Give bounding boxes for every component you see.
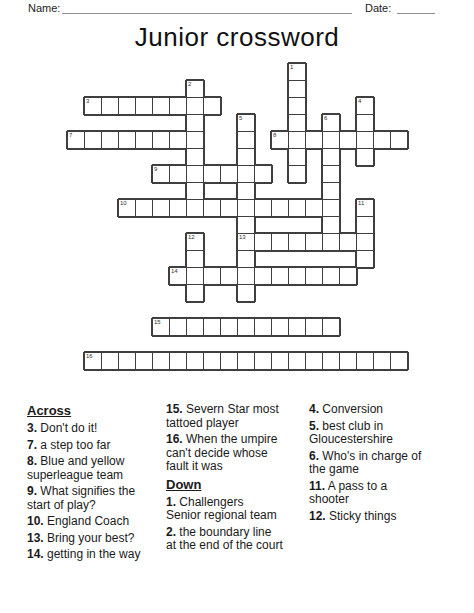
grid-cell[interactable] [356, 250, 374, 268]
grid-cell[interactable] [169, 131, 187, 149]
grid-cell[interactable] [288, 148, 306, 166]
grid-cell[interactable] [118, 352, 136, 370]
grid-cell[interactable] [135, 199, 153, 217]
grid-cell[interactable] [322, 148, 340, 166]
grid-cell[interactable] [288, 352, 306, 370]
page-title: Junior crossword [0, 22, 474, 53]
clue-text: Don't do it! [37, 421, 97, 435]
grid-cell[interactable] [254, 233, 272, 251]
grid-cell[interactable] [288, 80, 306, 98]
grid-cell[interactable] [373, 131, 391, 149]
grid-cell[interactable] [84, 131, 102, 149]
clue-text: When the umpire can't decide whose fault… [166, 432, 277, 473]
grid-cell[interactable] [118, 97, 136, 115]
clue-number: 11. [309, 479, 325, 493]
clue-number: 16. [166, 432, 183, 446]
cell-number: 9 [154, 166, 157, 173]
grid-cell[interactable] [305, 131, 323, 149]
clue-item: 3. Don't do it! [27, 422, 165, 436]
cell-number: 4 [358, 98, 361, 105]
grid-cell[interactable] [237, 148, 255, 166]
grid-cell[interactable] [305, 267, 323, 285]
grid-cell[interactable] [135, 352, 153, 370]
grid-cell[interactable] [356, 131, 374, 149]
grid-cell[interactable]: 10 [118, 199, 136, 217]
grid-cell[interactable]: 15 [152, 318, 170, 336]
grid-cell[interactable] [322, 267, 340, 285]
clue-text: best club in Gloucestershire [309, 419, 393, 447]
clue-item: 5. best club in Gloucestershire [309, 420, 467, 447]
grid-cell[interactable] [220, 267, 238, 285]
grid-cell[interactable] [356, 216, 374, 234]
clue-list-header: Across [27, 403, 165, 418]
clues-column-1: Across3. Don't do it!7. a step too far8.… [27, 403, 165, 565]
cell-number: 13 [239, 234, 246, 241]
grid-cell[interactable] [186, 199, 204, 217]
grid-cell[interactable] [254, 267, 272, 285]
grid-cell[interactable] [152, 352, 170, 370]
grid-cell[interactable] [203, 165, 221, 183]
cell-number: 11 [358, 200, 364, 207]
grid-cell[interactable] [237, 267, 255, 285]
grid-cell[interactable] [339, 352, 357, 370]
grid-cell[interactable] [152, 97, 170, 115]
cell-number: 14 [171, 268, 178, 275]
grid-cell[interactable] [237, 284, 255, 302]
grid-cell[interactable] [186, 114, 204, 132]
clue-text: Sticky things [326, 509, 397, 523]
clue-number: 12. [309, 509, 326, 523]
grid-cell[interactable] [169, 318, 187, 336]
clue-number: 10. [27, 514, 44, 528]
grid-cell[interactable] [186, 182, 204, 200]
grid-cell[interactable] [288, 114, 306, 132]
cell-number: 15 [154, 319, 161, 326]
clue-number: 13. [27, 531, 44, 545]
grid-cell[interactable] [305, 199, 323, 217]
clue-item: 7. a step too far [27, 439, 165, 453]
grid-cell[interactable] [254, 165, 272, 183]
cell-number: 7 [69, 132, 72, 139]
grid-cell[interactable] [322, 233, 340, 251]
grid-cell[interactable]: 14 [169, 267, 187, 285]
clue-text: Who's in charge of the game [309, 449, 421, 477]
clue-item: 2. the boundary line at the end of the c… [166, 526, 309, 553]
grid-cell[interactable] [186, 352, 204, 370]
clue-number: 8. [27, 454, 37, 468]
clue-number: 15. [166, 402, 183, 416]
clue-number: 6. [309, 449, 319, 463]
cell-number: 10 [120, 200, 127, 207]
clue-item: 13. Bring your best? [27, 532, 165, 546]
date-label: Date: [365, 2, 391, 14]
grid-cell[interactable]: 6 [322, 114, 340, 132]
grid-cell[interactable] [237, 216, 255, 234]
grid-cell[interactable] [288, 165, 306, 183]
clue-text: Challengers Senior regional team [166, 495, 277, 523]
grid-cell[interactable] [288, 199, 306, 217]
cell-number: 1 [290, 64, 293, 71]
date-input-line[interactable] [397, 0, 435, 14]
clue-item: 6. Who's in charge of the game [309, 450, 467, 477]
grid-cell[interactable] [254, 199, 272, 217]
grid-cell[interactable] [220, 352, 238, 370]
grid-cell[interactable] [390, 131, 408, 149]
grid-cell[interactable] [288, 131, 306, 149]
grid-cell[interactable]: 9 [152, 165, 170, 183]
grid-cell[interactable] [169, 165, 187, 183]
grid-cell[interactable] [288, 267, 306, 285]
grid-cell[interactable] [322, 352, 340, 370]
clue-number: 3. [27, 421, 37, 435]
cell-number: 5 [239, 115, 242, 122]
grid-cell[interactable] [186, 250, 204, 268]
clue-text: Bring your best? [44, 531, 135, 545]
grid-cell[interactable]: 13 [237, 233, 255, 251]
grid-cell[interactable] [288, 233, 306, 251]
grid-cell[interactable] [237, 131, 255, 149]
grid-cell[interactable] [305, 318, 323, 336]
grid-cell[interactable]: 8 [271, 131, 289, 149]
clue-text: the boundary line at the end of the cour… [166, 525, 283, 553]
grid-cell[interactable] [373, 352, 391, 370]
grid-cell[interactable] [186, 97, 204, 115]
name-input-line[interactable] [62, 0, 352, 14]
grid-cell[interactable] [356, 114, 374, 132]
grid-cell[interactable]: 4 [356, 97, 374, 115]
grid-cell[interactable] [186, 165, 204, 183]
grid-cell[interactable] [390, 352, 408, 370]
grid-cell[interactable] [135, 131, 153, 149]
clue-number: 5. [309, 419, 319, 433]
grid-cell[interactable]: 11 [356, 199, 374, 217]
cell-number: 8 [273, 132, 276, 139]
cell-number: 2 [188, 81, 191, 88]
grid-cell[interactable] [220, 199, 238, 217]
grid-cell[interactable] [169, 97, 187, 115]
grid-cell[interactable] [288, 97, 306, 115]
clue-item: 14. getting in the way [27, 548, 165, 562]
grid-cell[interactable] [322, 199, 340, 217]
name-label: Name: [28, 2, 60, 14]
grid-cell[interactable] [186, 267, 204, 285]
grid-cell[interactable] [237, 250, 255, 268]
clue-number: 1. [166, 495, 176, 509]
grid-cell[interactable]: 1 [288, 63, 306, 81]
grid-cell[interactable] [186, 148, 204, 166]
clue-number: 14. [27, 547, 44, 561]
grid-cell[interactable] [271, 318, 289, 336]
grid-cell[interactable] [254, 318, 272, 336]
cell-number: 3 [86, 98, 89, 105]
clue-item: 8. Blue and yellow superleague team [27, 455, 165, 482]
grid-cell[interactable] [152, 199, 170, 217]
grid-cell[interactable] [339, 267, 357, 285]
clue-item: 11. A pass to a shooter [309, 480, 467, 507]
grid-cell[interactable] [322, 131, 340, 149]
grid-cell[interactable] [169, 352, 187, 370]
grid-cell[interactable]: 12 [186, 233, 204, 251]
grid-cell[interactable] [152, 131, 170, 149]
crossword-grid: 12345678910111213141516 [67, 63, 408, 370]
grid-cell[interactable] [203, 199, 221, 217]
grid-cell[interactable] [305, 233, 323, 251]
grid-cell[interactable] [101, 97, 119, 115]
grid-cell[interactable] [288, 318, 306, 336]
clue-number: 4. [309, 402, 319, 416]
grid-cell[interactable] [186, 318, 204, 336]
clues-column-2: 15. Severn Star most tattoed player16. W… [166, 403, 309, 556]
grid-cell[interactable]: 5 [237, 114, 255, 132]
clue-item: 15. Severn Star most tattoed player [166, 403, 309, 430]
grid-cell[interactable] [169, 199, 187, 217]
cell-number: 16 [86, 353, 93, 360]
grid-cell[interactable] [101, 131, 119, 149]
grid-cell[interactable] [237, 182, 255, 200]
grid-cell[interactable] [220, 318, 238, 336]
grid-cell[interactable] [237, 352, 255, 370]
clue-text: a step too far [37, 438, 110, 452]
grid-cell[interactable] [203, 318, 221, 336]
grid-cell[interactable] [356, 148, 374, 166]
grid-cell[interactable] [203, 97, 221, 115]
clue-text: England Coach [44, 514, 129, 528]
worksheet-page: Name: Date: Junior crossword 12345678910… [0, 0, 474, 613]
clue-text: What signifies the start of play? [27, 484, 135, 512]
clue-number: 7. [27, 438, 37, 452]
clues-column-3: 4. Conversion5. best club in Gloucesters… [309, 403, 467, 526]
grid-cell[interactable] [237, 165, 255, 183]
clue-text: Severn Star most tattoed player [166, 402, 279, 430]
grid-cell[interactable] [322, 318, 340, 336]
grid-cell[interactable] [322, 216, 340, 234]
clue-text: Blue and yellow superleague team [27, 454, 124, 482]
grid-cell[interactable] [118, 131, 136, 149]
grid-cell[interactable]: 2 [186, 80, 204, 98]
cell-number: 6 [324, 115, 327, 122]
clue-number: 2. [166, 525, 176, 539]
grid-cell[interactable] [271, 267, 289, 285]
grid-cell[interactable] [356, 233, 374, 251]
grid-cell[interactable] [271, 233, 289, 251]
clue-item: 16. When the umpire can't decide whose f… [166, 433, 309, 474]
clue-text: getting in the way [44, 547, 141, 561]
grid-cell[interactable] [339, 233, 357, 251]
clue-number: 9. [27, 484, 37, 498]
clue-item: 12. Sticky things [309, 510, 467, 524]
grid-cell[interactable] [322, 165, 340, 183]
grid-cell[interactable] [271, 199, 289, 217]
grid-cell[interactable] [186, 131, 204, 149]
grid-cell[interactable]: 3 [84, 97, 102, 115]
grid-cell[interactable] [203, 352, 221, 370]
grid-cell[interactable] [237, 199, 255, 217]
grid-cell[interactable] [135, 97, 153, 115]
clue-text: Conversion [319, 402, 383, 416]
clue-item: 4. Conversion [309, 403, 467, 417]
grid-cell[interactable] [305, 352, 323, 370]
grid-cell[interactable] [101, 352, 119, 370]
clue-item: 10. England Coach [27, 515, 165, 529]
clue-item: 9. What signifies the start of play? [27, 485, 165, 512]
clue-item: 1. Challengers Senior regional team [166, 496, 309, 523]
grid-cell[interactable] [356, 352, 374, 370]
grid-cell[interactable] [237, 318, 255, 336]
grid-cell[interactable]: 7 [67, 131, 85, 149]
grid-cell[interactable] [322, 182, 340, 200]
cell-number: 12 [188, 234, 195, 241]
grid-cell[interactable] [203, 267, 221, 285]
grid-cell[interactable] [271, 352, 289, 370]
grid-cell[interactable] [186, 284, 204, 302]
grid-cell[interactable] [220, 165, 238, 183]
grid-cell[interactable] [254, 352, 272, 370]
grid-cell[interactable]: 16 [84, 352, 102, 370]
grid-cell[interactable] [339, 131, 357, 149]
clue-list-header: Down [166, 477, 309, 492]
